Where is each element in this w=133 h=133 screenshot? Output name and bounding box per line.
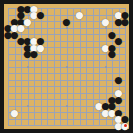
white-stone: ● — [101, 17, 110, 26]
black-stone: ● — [114, 75, 123, 84]
grid-line-h — [8, 119, 126, 120]
hoshi-point — [27, 105, 29, 107]
grid-line-v — [86, 8, 87, 126]
black-stone: ● — [36, 10, 45, 19]
black-stone: ● — [121, 17, 130, 26]
grid-line-v — [93, 8, 94, 126]
black-stone: ● — [62, 17, 71, 26]
hoshi-point — [66, 27, 68, 29]
grid-line-h — [8, 86, 126, 87]
hoshi-point — [27, 66, 29, 68]
last-move-marker — [124, 124, 127, 127]
hoshi-point — [27, 27, 29, 29]
white-stone: ● — [10, 108, 19, 117]
go-game-screenshot: ●●●●●●●●●●●●●●●●●●●●●●●●●●●●●●●●●●●●●●●●… — [0, 0, 133, 133]
go-board[interactable]: ●●●●●●●●●●●●●●●●●●●●●●●●●●●●●●●●●●●●●●●●… — [4, 4, 129, 129]
hoshi-point — [105, 27, 107, 29]
white-stone: ● — [75, 10, 84, 19]
white-stone: ● — [121, 121, 130, 130]
hoshi-point — [105, 66, 107, 68]
black-stone: ● — [30, 49, 39, 58]
grid-line-h — [8, 73, 126, 74]
black-stone: ● — [108, 49, 117, 58]
grid-line-v — [80, 8, 81, 126]
hoshi-point — [66, 66, 68, 68]
grid-line-h — [8, 80, 126, 81]
grid-line-v — [73, 8, 74, 126]
hoshi-point — [66, 105, 68, 107]
grid-line-h — [8, 125, 126, 126]
